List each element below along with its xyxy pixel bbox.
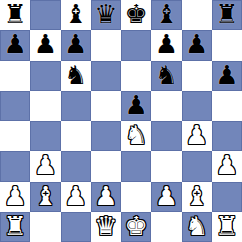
- square-e6[interactable]: [121, 61, 151, 91]
- square-c1[interactable]: [61, 212, 91, 242]
- square-c4[interactable]: [61, 121, 91, 151]
- square-f4[interactable]: [151, 121, 181, 151]
- square-a4[interactable]: [0, 121, 30, 151]
- white-pawn-icon: ♟: [155, 183, 178, 209]
- square-f3[interactable]: [151, 151, 181, 181]
- square-g4[interactable]: ♟: [182, 121, 212, 151]
- square-d8[interactable]: ♛: [91, 0, 121, 30]
- square-a8[interactable]: ♜: [0, 0, 30, 30]
- square-f1[interactable]: [151, 212, 181, 242]
- square-a2[interactable]: ♟: [0, 182, 30, 212]
- square-d1[interactable]: ♛: [91, 212, 121, 242]
- white-pawn-icon: ♟: [3, 183, 26, 209]
- white-pawn-icon: ♟: [34, 152, 57, 178]
- square-b3[interactable]: ♟: [30, 151, 60, 181]
- square-c3[interactable]: [61, 151, 91, 181]
- square-h3[interactable]: ♟: [212, 151, 242, 181]
- white-knight-icon: ♞: [124, 122, 147, 148]
- chess-board: ♜♝♛♚♝♜♟♟♟♟♟♞♞♟♟♞♟♟♟♟♝♟♟♟♝♜♛♚♞♜: [0, 0, 242, 242]
- square-g5[interactable]: [182, 91, 212, 121]
- square-a7[interactable]: ♟: [0, 30, 30, 60]
- square-c5[interactable]: [61, 91, 91, 121]
- square-f5[interactable]: [151, 91, 181, 121]
- square-e7[interactable]: [121, 30, 151, 60]
- square-g8[interactable]: [182, 0, 212, 30]
- square-f6[interactable]: ♞: [151, 61, 181, 91]
- square-b7[interactable]: ♟: [30, 30, 60, 60]
- square-h1[interactable]: ♜: [212, 212, 242, 242]
- black-pawn-icon: ♟: [34, 31, 57, 57]
- black-pawn-icon: ♟: [124, 92, 147, 118]
- square-b5[interactable]: [30, 91, 60, 121]
- black-king-icon: ♚: [124, 1, 147, 27]
- black-pawn-icon: ♟: [215, 62, 238, 88]
- white-rook-icon: ♜: [215, 213, 238, 239]
- white-pawn-icon: ♟: [215, 152, 238, 178]
- square-a6[interactable]: [0, 61, 30, 91]
- square-b4[interactable]: [30, 121, 60, 151]
- black-knight-icon: ♞: [64, 62, 87, 88]
- square-b6[interactable]: [30, 61, 60, 91]
- square-c7[interactable]: ♟: [61, 30, 91, 60]
- black-pawn-icon: ♟: [185, 31, 208, 57]
- white-pawn-icon: ♟: [94, 183, 117, 209]
- square-g3[interactable]: [182, 151, 212, 181]
- white-king-icon: ♚: [124, 213, 147, 239]
- square-a5[interactable]: [0, 91, 30, 121]
- square-e4[interactable]: ♞: [121, 121, 151, 151]
- square-c8[interactable]: ♝: [61, 0, 91, 30]
- square-g2[interactable]: ♝: [182, 182, 212, 212]
- square-g6[interactable]: [182, 61, 212, 91]
- square-d7[interactable]: [91, 30, 121, 60]
- square-h2[interactable]: [212, 182, 242, 212]
- square-g1[interactable]: ♞: [182, 212, 212, 242]
- square-h8[interactable]: ♜: [212, 0, 242, 30]
- square-c6[interactable]: ♞: [61, 61, 91, 91]
- black-queen-icon: ♛: [94, 1, 117, 27]
- square-c2[interactable]: ♟: [61, 182, 91, 212]
- square-a3[interactable]: [0, 151, 30, 181]
- white-pawn-icon: ♟: [64, 183, 87, 209]
- square-a1[interactable]: ♜: [0, 212, 30, 242]
- square-d3[interactable]: [91, 151, 121, 181]
- square-d2[interactable]: ♟: [91, 182, 121, 212]
- white-rook-icon: ♜: [3, 213, 26, 239]
- square-b1[interactable]: [30, 212, 60, 242]
- black-rook-icon: ♜: [3, 1, 26, 27]
- black-rook-icon: ♜: [215, 1, 238, 27]
- white-queen-icon: ♛: [94, 213, 117, 239]
- white-bishop-icon: ♝: [185, 183, 208, 209]
- black-pawn-icon: ♟: [3, 31, 26, 57]
- square-h7[interactable]: [212, 30, 242, 60]
- white-knight-icon: ♞: [185, 213, 208, 239]
- black-bishop-icon: ♝: [155, 1, 178, 27]
- square-d4[interactable]: [91, 121, 121, 151]
- square-f2[interactable]: ♟: [151, 182, 181, 212]
- black-pawn-icon: ♟: [64, 31, 87, 57]
- square-e2[interactable]: [121, 182, 151, 212]
- square-e8[interactable]: ♚: [121, 0, 151, 30]
- square-b2[interactable]: ♝: [30, 182, 60, 212]
- square-d6[interactable]: [91, 61, 121, 91]
- square-e5[interactable]: ♟: [121, 91, 151, 121]
- black-pawn-icon: ♟: [155, 31, 178, 57]
- square-e3[interactable]: [121, 151, 151, 181]
- white-bishop-icon: ♝: [34, 183, 57, 209]
- white-pawn-icon: ♟: [185, 122, 208, 148]
- square-h4[interactable]: [212, 121, 242, 151]
- square-h6[interactable]: ♟: [212, 61, 242, 91]
- square-h5[interactable]: [212, 91, 242, 121]
- black-knight-icon: ♞: [155, 62, 178, 88]
- square-b8[interactable]: [30, 0, 60, 30]
- square-d5[interactable]: [91, 91, 121, 121]
- square-e1[interactable]: ♚: [121, 212, 151, 242]
- square-f7[interactable]: ♟: [151, 30, 181, 60]
- square-g7[interactable]: ♟: [182, 30, 212, 60]
- black-bishop-icon: ♝: [64, 1, 87, 27]
- square-f8[interactable]: ♝: [151, 0, 181, 30]
